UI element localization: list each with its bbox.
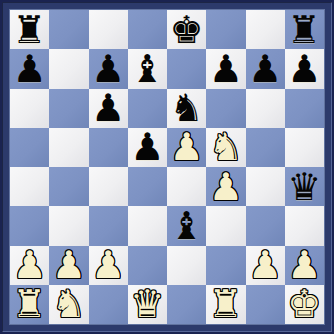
square-e7[interactable] (167, 49, 206, 88)
piece-white-pawn-h2[interactable]: ♟ (287, 246, 321, 284)
square-c4[interactable] (89, 167, 128, 206)
piece-black-rook-h8[interactable]: ♜ (287, 11, 321, 49)
square-c3[interactable] (89, 206, 128, 245)
square-b4[interactable] (49, 167, 88, 206)
square-g5[interactable] (246, 128, 285, 167)
piece-white-knight-f5[interactable]: ♞ (209, 128, 243, 166)
square-e1[interactable] (167, 285, 206, 324)
square-f5[interactable]: ♞ (206, 128, 245, 167)
square-d7[interactable]: ♝ (128, 49, 167, 88)
square-h6[interactable] (285, 89, 324, 128)
piece-black-pawn-d5[interactable]: ♟ (130, 128, 164, 166)
chess-board: ♜♚♜♟♟♝♟♟♟♟♞♟♟♞♟♛♝♟♟♟♟♟♜♞♛♜♚ (10, 10, 324, 324)
piece-white-knight-b1[interactable]: ♞ (52, 285, 86, 323)
piece-black-queen-h4[interactable]: ♛ (287, 168, 321, 206)
square-h1[interactable]: ♚ (285, 285, 324, 324)
square-b2[interactable]: ♟ (49, 246, 88, 285)
square-b8[interactable] (49, 10, 88, 49)
square-c8[interactable] (89, 10, 128, 49)
piece-black-pawn-c7[interactable]: ♟ (91, 50, 125, 88)
piece-white-pawn-e5[interactable]: ♟ (170, 128, 204, 166)
square-g3[interactable] (246, 206, 285, 245)
piece-black-pawn-g7[interactable]: ♟ (248, 50, 282, 88)
square-h4[interactable]: ♛ (285, 167, 324, 206)
square-c2[interactable]: ♟ (89, 246, 128, 285)
piece-black-pawn-f7[interactable]: ♟ (209, 50, 243, 88)
square-d8[interactable] (128, 10, 167, 49)
square-b1[interactable]: ♞ (49, 285, 88, 324)
piece-white-pawn-f4[interactable]: ♟ (209, 168, 243, 206)
piece-black-bishop-e3[interactable]: ♝ (170, 207, 204, 245)
square-d4[interactable] (128, 167, 167, 206)
square-a6[interactable] (10, 89, 49, 128)
square-f2[interactable] (206, 246, 245, 285)
piece-black-bishop-d7[interactable]: ♝ (130, 50, 164, 88)
square-f8[interactable] (206, 10, 245, 49)
piece-black-pawn-a7[interactable]: ♟ (13, 50, 47, 88)
square-a8[interactable]: ♜ (10, 10, 49, 49)
piece-black-pawn-h7[interactable]: ♟ (287, 50, 321, 88)
piece-black-knight-e6[interactable]: ♞ (170, 89, 204, 127)
piece-white-queen-d1[interactable]: ♛ (130, 285, 164, 323)
square-a3[interactable] (10, 206, 49, 245)
square-f3[interactable] (206, 206, 245, 245)
square-e5[interactable]: ♟ (167, 128, 206, 167)
square-e8[interactable]: ♚ (167, 10, 206, 49)
square-f6[interactable] (206, 89, 245, 128)
square-d2[interactable] (128, 246, 167, 285)
square-e6[interactable]: ♞ (167, 89, 206, 128)
square-h5[interactable] (285, 128, 324, 167)
square-b5[interactable] (49, 128, 88, 167)
square-e4[interactable] (167, 167, 206, 206)
square-h7[interactable]: ♟ (285, 49, 324, 88)
square-b6[interactable] (49, 89, 88, 128)
piece-white-pawn-a2[interactable]: ♟ (13, 246, 47, 284)
square-a5[interactable] (10, 128, 49, 167)
piece-black-rook-a8[interactable]: ♜ (13, 11, 47, 49)
square-g6[interactable] (246, 89, 285, 128)
square-h3[interactable] (285, 206, 324, 245)
square-g7[interactable]: ♟ (246, 49, 285, 88)
square-g2[interactable]: ♟ (246, 246, 285, 285)
square-b7[interactable] (49, 49, 88, 88)
square-d1[interactable]: ♛ (128, 285, 167, 324)
piece-white-pawn-g2[interactable]: ♟ (248, 246, 282, 284)
square-d5[interactable]: ♟ (128, 128, 167, 167)
chess-board-frame: ♜♚♜♟♟♝♟♟♟♟♞♟♟♞♟♛♝♟♟♟♟♟♜♞♛♜♚ (0, 0, 334, 334)
square-a7[interactable]: ♟ (10, 49, 49, 88)
square-a4[interactable] (10, 167, 49, 206)
square-a2[interactable]: ♟ (10, 246, 49, 285)
piece-white-pawn-c2[interactable]: ♟ (91, 246, 125, 284)
square-h8[interactable]: ♜ (285, 10, 324, 49)
piece-white-king-h1[interactable]: ♚ (287, 285, 321, 323)
square-g4[interactable] (246, 167, 285, 206)
square-g8[interactable] (246, 10, 285, 49)
square-f1[interactable]: ♜ (206, 285, 245, 324)
square-h2[interactable]: ♟ (285, 246, 324, 285)
square-f7[interactable]: ♟ (206, 49, 245, 88)
piece-black-king-e8[interactable]: ♚ (170, 11, 204, 49)
square-f4[interactable]: ♟ (206, 167, 245, 206)
square-e3[interactable]: ♝ (167, 206, 206, 245)
square-c7[interactable]: ♟ (89, 49, 128, 88)
square-c5[interactable] (89, 128, 128, 167)
square-b3[interactable] (49, 206, 88, 245)
piece-white-rook-f1[interactable]: ♜ (209, 285, 243, 323)
square-e2[interactable] (167, 246, 206, 285)
piece-black-pawn-c6[interactable]: ♟ (91, 89, 125, 127)
square-a1[interactable]: ♜ (10, 285, 49, 324)
square-d6[interactable] (128, 89, 167, 128)
square-d3[interactable] (128, 206, 167, 245)
piece-white-rook-a1[interactable]: ♜ (13, 285, 47, 323)
square-c6[interactable]: ♟ (89, 89, 128, 128)
square-c1[interactable] (89, 285, 128, 324)
piece-white-pawn-b2[interactable]: ♟ (52, 246, 86, 284)
square-g1[interactable] (246, 285, 285, 324)
